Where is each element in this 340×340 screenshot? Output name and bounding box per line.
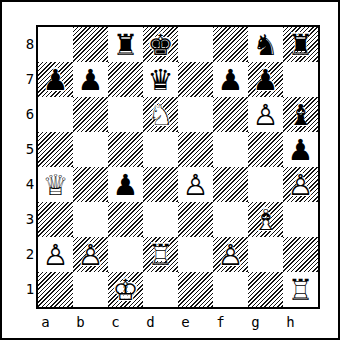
square-b3 bbox=[73, 202, 108, 237]
square-f8 bbox=[213, 27, 248, 62]
white-pawn-piece: ♟♙ bbox=[248, 97, 283, 132]
square-h6: ♝♝ bbox=[283, 97, 318, 132]
piece-glyph: ♟ bbox=[283, 132, 318, 167]
square-f2: ♟♙ bbox=[213, 237, 248, 272]
square-c1: ♚♔ bbox=[108, 272, 143, 307]
piece-glyph: ♖ bbox=[283, 272, 318, 307]
black-rook-piece: ♜♜ bbox=[283, 27, 318, 62]
square-a2: ♟♙ bbox=[38, 237, 73, 272]
white-pawn-piece: ♟♙ bbox=[178, 167, 213, 202]
black-knight-piece: ♞♞ bbox=[248, 27, 283, 62]
square-g6: ♟♙ bbox=[248, 97, 283, 132]
square-h7 bbox=[283, 62, 318, 97]
square-h8: ♜♜ bbox=[283, 27, 318, 62]
file-label-f: f bbox=[203, 308, 238, 336]
square-b1 bbox=[73, 272, 108, 307]
square-d3 bbox=[143, 202, 178, 237]
piece-glyph: ♔ bbox=[108, 272, 143, 307]
square-c3 bbox=[108, 202, 143, 237]
square-f1 bbox=[213, 272, 248, 307]
file-label-a: a bbox=[28, 308, 63, 336]
piece-glyph: ♗ bbox=[248, 202, 283, 237]
piece-glyph: ♖ bbox=[143, 237, 178, 272]
square-e2 bbox=[178, 237, 213, 272]
square-d1 bbox=[143, 272, 178, 307]
square-e5 bbox=[178, 132, 213, 167]
square-e1 bbox=[178, 272, 213, 307]
file-label-g: g bbox=[238, 308, 273, 336]
square-b6 bbox=[73, 97, 108, 132]
black-pawn-piece: ♟♟ bbox=[248, 62, 283, 97]
square-c6 bbox=[108, 97, 143, 132]
piece-glyph: ♟ bbox=[38, 62, 73, 97]
square-h1: ♜♖ bbox=[283, 272, 318, 307]
square-c4: ♟♟ bbox=[108, 167, 143, 202]
piece-glyph: ♙ bbox=[73, 237, 108, 272]
piece-glyph: ♟ bbox=[213, 62, 248, 97]
square-c2 bbox=[108, 237, 143, 272]
square-d7: ♛♛ bbox=[143, 62, 178, 97]
piece-glyph: ♟ bbox=[108, 167, 143, 202]
file-label-c: c bbox=[98, 308, 133, 336]
file-labels: abcdefgh bbox=[28, 308, 308, 336]
piece-glyph: ♛ bbox=[143, 62, 178, 97]
piece-glyph: ♞ bbox=[248, 27, 283, 62]
piece-glyph: ♘ bbox=[143, 97, 178, 132]
black-pawn-piece: ♟♟ bbox=[213, 62, 248, 97]
white-queen-piece: ♛♕ bbox=[38, 167, 73, 202]
white-pawn-piece: ♟♙ bbox=[73, 237, 108, 272]
square-a5 bbox=[38, 132, 73, 167]
piece-glyph: ♜ bbox=[283, 27, 318, 62]
file-label-e: e bbox=[168, 308, 203, 336]
square-g7: ♟♟ bbox=[248, 62, 283, 97]
black-rook-piece: ♜♜ bbox=[108, 27, 143, 62]
square-e7 bbox=[178, 62, 213, 97]
piece-glyph: ♙ bbox=[38, 237, 73, 272]
square-h3 bbox=[283, 202, 318, 237]
square-c7 bbox=[108, 62, 143, 97]
square-a6 bbox=[38, 97, 73, 132]
square-a1 bbox=[38, 272, 73, 307]
piece-glyph: ♜ bbox=[108, 27, 143, 62]
white-pawn-piece: ♟♙ bbox=[213, 237, 248, 272]
piece-glyph: ♙ bbox=[283, 167, 318, 202]
black-queen-piece: ♛♛ bbox=[143, 62, 178, 97]
square-a3 bbox=[38, 202, 73, 237]
square-g8: ♞♞ bbox=[248, 27, 283, 62]
square-b5 bbox=[73, 132, 108, 167]
white-rook-piece: ♜♖ bbox=[143, 237, 178, 272]
square-d5 bbox=[143, 132, 178, 167]
piece-glyph: ♙ bbox=[213, 237, 248, 272]
chess-board: ♜♜♚♚♞♞♜♜♟♟♟♟♛♛♟♟♟♟♞♘♟♙♝♝♟♟♛♕♟♟♟♙♟♙♝♗♟♙♟♙… bbox=[36, 25, 320, 309]
square-a4: ♛♕ bbox=[38, 167, 73, 202]
square-f4 bbox=[213, 167, 248, 202]
piece-glyph: ♟ bbox=[248, 62, 283, 97]
square-b2: ♟♙ bbox=[73, 237, 108, 272]
square-b8 bbox=[73, 27, 108, 62]
white-knight-piece: ♞♘ bbox=[143, 97, 178, 132]
white-rook-piece: ♜♖ bbox=[283, 272, 318, 307]
square-d2: ♜♖ bbox=[143, 237, 178, 272]
square-f6 bbox=[213, 97, 248, 132]
square-d8: ♚♚ bbox=[143, 27, 178, 62]
square-f5 bbox=[213, 132, 248, 167]
square-e8 bbox=[178, 27, 213, 62]
square-f3 bbox=[213, 202, 248, 237]
piece-glyph: ♚ bbox=[143, 27, 178, 62]
black-king-piece: ♚♚ bbox=[143, 27, 178, 62]
piece-glyph: ♝ bbox=[283, 97, 318, 132]
square-b7: ♟♟ bbox=[73, 62, 108, 97]
square-c8: ♜♜ bbox=[108, 27, 143, 62]
black-pawn-piece: ♟♟ bbox=[108, 167, 143, 202]
white-pawn-piece: ♟♙ bbox=[283, 167, 318, 202]
square-e3 bbox=[178, 202, 213, 237]
square-a8 bbox=[38, 27, 73, 62]
black-pawn-piece: ♟♟ bbox=[73, 62, 108, 97]
square-g3: ♝♗ bbox=[248, 202, 283, 237]
square-h5: ♟♟ bbox=[283, 132, 318, 167]
square-h4: ♟♙ bbox=[283, 167, 318, 202]
white-bishop-piece: ♝♗ bbox=[248, 202, 283, 237]
square-h2 bbox=[283, 237, 318, 272]
square-d4 bbox=[143, 167, 178, 202]
square-g2 bbox=[248, 237, 283, 272]
square-f7: ♟♟ bbox=[213, 62, 248, 97]
square-e4: ♟♙ bbox=[178, 167, 213, 202]
square-e6 bbox=[178, 97, 213, 132]
file-label-b: b bbox=[63, 308, 98, 336]
black-bishop-piece: ♝♝ bbox=[283, 97, 318, 132]
piece-glyph: ♙ bbox=[248, 97, 283, 132]
square-g4 bbox=[248, 167, 283, 202]
black-pawn-piece: ♟♟ bbox=[283, 132, 318, 167]
piece-glyph: ♙ bbox=[178, 167, 213, 202]
square-a7: ♟♟ bbox=[38, 62, 73, 97]
piece-glyph: ♟ bbox=[73, 62, 108, 97]
file-label-d: d bbox=[133, 308, 168, 336]
square-g1 bbox=[248, 272, 283, 307]
white-king-piece: ♚♔ bbox=[108, 272, 143, 307]
piece-glyph: ♕ bbox=[38, 167, 73, 202]
square-g5 bbox=[248, 132, 283, 167]
square-d6: ♞♘ bbox=[143, 97, 178, 132]
square-c5 bbox=[108, 132, 143, 167]
black-pawn-piece: ♟♟ bbox=[38, 62, 73, 97]
square-b4 bbox=[73, 167, 108, 202]
chess-diagram: 87654321 ♜♜♚♚♞♞♜♜♟♟♟♟♛♛♟♟♟♟♞♘♟♙♝♝♟♟♛♕♟♟♟… bbox=[0, 0, 340, 340]
white-pawn-piece: ♟♙ bbox=[38, 237, 73, 272]
file-label-h: h bbox=[273, 308, 308, 336]
